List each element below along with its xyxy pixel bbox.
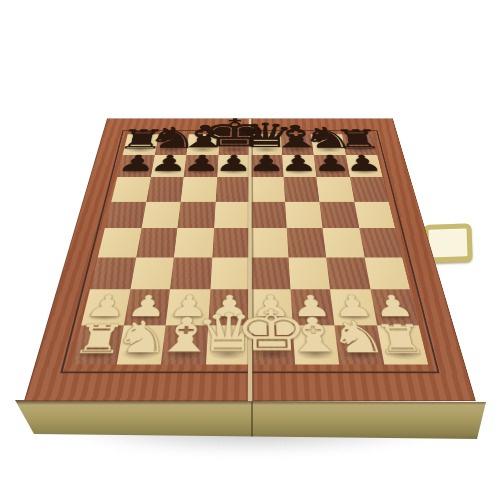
piece-shadow [252, 168, 281, 175]
square-c2 [166, 289, 210, 325]
piece-shadow [285, 168, 314, 175]
square-f1 [292, 325, 339, 365]
piece-shadow [252, 146, 280, 152]
piece-shadow [283, 146, 311, 152]
piece-shadow [350, 168, 380, 175]
square-a1 [72, 325, 124, 365]
square-g1 [334, 325, 383, 365]
square-d4 [212, 228, 250, 257]
square-b1 [116, 325, 165, 365]
square-f4 [286, 228, 326, 257]
piece-shadow [315, 146, 343, 152]
piece-shadow [186, 168, 215, 175]
square-a5 [105, 201, 146, 228]
square-c1 [161, 325, 208, 365]
square-h4 [359, 228, 402, 257]
square-b4 [136, 228, 178, 257]
square-d2 [208, 289, 250, 325]
square-b2 [123, 289, 170, 325]
chess-set-photo: ♜♞♝♚♛♝♞♜♟♟♟♟♟♟♟♟♟♟♟♟♟♟♟♟♜♞♝♛♚♝♞♜ [0, 0, 500, 500]
square-d5 [214, 201, 250, 228]
piece-shadow [157, 146, 185, 152]
piece-shadow [317, 168, 347, 175]
piece-shadow [120, 168, 150, 175]
piece-shadow [346, 146, 375, 152]
square-h5 [354, 201, 395, 228]
piece-shadow [220, 146, 248, 152]
square-g4 [323, 228, 365, 257]
board-scene: ♜♞♝♚♛♝♞♜♟♟♟♟♟♟♟♟♟♟♟♟♟♟♟♟♜♞♝♛♚♝♞♜ [0, 0, 500, 500]
square-c4 [174, 228, 214, 257]
square-c5 [177, 201, 215, 228]
square-e1 [250, 325, 295, 365]
piece-shadow [219, 168, 248, 175]
square-e5 [250, 201, 286, 228]
square-a4 [98, 228, 141, 257]
piece-shadow [153, 168, 183, 175]
square-h2 [370, 289, 419, 325]
square-f2 [290, 289, 334, 325]
square-f5 [285, 201, 323, 228]
square-e2 [250, 289, 292, 325]
chess-board: ♜♞♝♚♛♝♞♜♟♟♟♟♟♟♟♟♟♟♟♟♟♟♟♟♜♞♝♛♚♝♞♜ [24, 118, 476, 401]
piece-shadow [125, 146, 154, 152]
square-e4 [250, 228, 288, 257]
square-b5 [141, 201, 181, 228]
square-g5 [319, 201, 359, 228]
square-d1 [205, 325, 250, 365]
square-g2 [330, 289, 377, 325]
square-a2 [81, 289, 130, 325]
piece-shadow [189, 146, 217, 152]
